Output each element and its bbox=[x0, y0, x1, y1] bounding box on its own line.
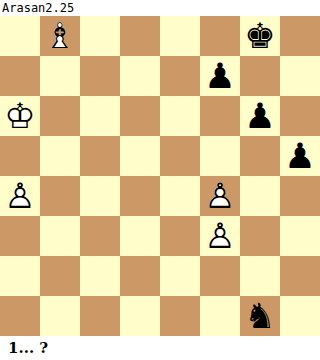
square-b6[interactable] bbox=[40, 96, 80, 136]
square-b5[interactable] bbox=[40, 136, 80, 176]
square-a2[interactable] bbox=[0, 256, 40, 296]
square-h2[interactable] bbox=[280, 256, 320, 296]
square-a5[interactable] bbox=[0, 136, 40, 176]
black-pawn-h5: ♟ bbox=[280, 136, 320, 176]
square-g3[interactable] bbox=[240, 216, 280, 256]
square-e8[interactable] bbox=[160, 16, 200, 56]
square-e5[interactable] bbox=[160, 136, 200, 176]
square-h1[interactable] bbox=[280, 296, 320, 336]
chess-board: ♝♗♚♟♚♔♟♟♟♙♟♙♟♙♞ bbox=[0, 16, 320, 336]
square-a4[interactable]: ♟♙ bbox=[0, 176, 40, 216]
black-knight-g1: ♞ bbox=[240, 296, 280, 336]
square-b2[interactable] bbox=[40, 256, 80, 296]
square-g7[interactable] bbox=[240, 56, 280, 96]
square-g8[interactable]: ♚ bbox=[240, 16, 280, 56]
square-e6[interactable] bbox=[160, 96, 200, 136]
square-f4[interactable]: ♟♙ bbox=[200, 176, 240, 216]
square-c6[interactable] bbox=[80, 96, 120, 136]
square-f3[interactable]: ♟♙ bbox=[200, 216, 240, 256]
square-g2[interactable] bbox=[240, 256, 280, 296]
square-g6[interactable]: ♟ bbox=[240, 96, 280, 136]
square-g1[interactable]: ♞ bbox=[240, 296, 280, 336]
black-king-glyph: ♚ bbox=[240, 16, 280, 56]
square-f8[interactable] bbox=[200, 16, 240, 56]
square-f1[interactable] bbox=[200, 296, 240, 336]
square-b4[interactable] bbox=[40, 176, 80, 216]
square-h6[interactable] bbox=[280, 96, 320, 136]
white-pawn-outline: ♙ bbox=[0, 176, 40, 216]
black-pawn-glyph: ♟ bbox=[240, 96, 280, 136]
white-king-outline: ♔ bbox=[0, 96, 40, 136]
white-bishop-outline: ♗ bbox=[40, 16, 80, 56]
black-king-g8: ♚ bbox=[240, 16, 280, 56]
square-e2[interactable] bbox=[160, 256, 200, 296]
square-b7[interactable] bbox=[40, 56, 80, 96]
square-c8[interactable] bbox=[80, 16, 120, 56]
square-f7[interactable]: ♟ bbox=[200, 56, 240, 96]
white-pawn-outline: ♙ bbox=[200, 176, 240, 216]
square-e1[interactable] bbox=[160, 296, 200, 336]
white-pawn-a4: ♟♙ bbox=[0, 176, 40, 216]
square-d6[interactable] bbox=[120, 96, 160, 136]
square-d3[interactable] bbox=[120, 216, 160, 256]
black-pawn-glyph: ♟ bbox=[200, 56, 240, 96]
square-b3[interactable] bbox=[40, 216, 80, 256]
square-h7[interactable] bbox=[280, 56, 320, 96]
black-pawn-glyph: ♟ bbox=[280, 136, 320, 176]
white-pawn-outline: ♙ bbox=[200, 216, 240, 256]
square-h3[interactable] bbox=[280, 216, 320, 256]
move-prompt-bar: 1... ? bbox=[0, 336, 320, 360]
square-f6[interactable] bbox=[200, 96, 240, 136]
square-b8[interactable]: ♝♗ bbox=[40, 16, 80, 56]
square-a6[interactable]: ♚♔ bbox=[0, 96, 40, 136]
square-f5[interactable] bbox=[200, 136, 240, 176]
square-e7[interactable] bbox=[160, 56, 200, 96]
square-a7[interactable] bbox=[0, 56, 40, 96]
square-d4[interactable] bbox=[120, 176, 160, 216]
square-e4[interactable] bbox=[160, 176, 200, 216]
square-c1[interactable] bbox=[80, 296, 120, 336]
square-h8[interactable] bbox=[280, 16, 320, 56]
chess-app-window: Arasan2.25 ♝♗♚♟♚♔♟♟♟♙♟♙♟♙♞ 1... ? bbox=[0, 0, 320, 360]
white-pawn-f3: ♟♙ bbox=[200, 216, 240, 256]
square-g4[interactable] bbox=[240, 176, 280, 216]
engine-title: Arasan2.25 bbox=[0, 1, 74, 15]
black-pawn-f7: ♟ bbox=[200, 56, 240, 96]
square-d1[interactable] bbox=[120, 296, 160, 336]
square-c3[interactable] bbox=[80, 216, 120, 256]
square-h4[interactable] bbox=[280, 176, 320, 216]
square-b1[interactable] bbox=[40, 296, 80, 336]
square-a3[interactable] bbox=[0, 216, 40, 256]
square-h5[interactable]: ♟ bbox=[280, 136, 320, 176]
square-d5[interactable] bbox=[120, 136, 160, 176]
move-prompt: 1... ? bbox=[0, 339, 48, 357]
white-pawn-f4: ♟♙ bbox=[200, 176, 240, 216]
engine-title-bar: Arasan2.25 bbox=[0, 0, 320, 16]
white-bishop-b8: ♝♗ bbox=[40, 16, 80, 56]
white-king-a6: ♚♔ bbox=[0, 96, 40, 136]
square-c2[interactable] bbox=[80, 256, 120, 296]
square-d2[interactable] bbox=[120, 256, 160, 296]
square-e3[interactable] bbox=[160, 216, 200, 256]
square-c7[interactable] bbox=[80, 56, 120, 96]
black-knight-glyph: ♞ bbox=[240, 296, 280, 336]
square-c5[interactable] bbox=[80, 136, 120, 176]
square-g5[interactable] bbox=[240, 136, 280, 176]
black-pawn-g6: ♟ bbox=[240, 96, 280, 136]
square-d8[interactable] bbox=[120, 16, 160, 56]
square-c4[interactable] bbox=[80, 176, 120, 216]
square-a1[interactable] bbox=[0, 296, 40, 336]
square-a8[interactable] bbox=[0, 16, 40, 56]
square-f2[interactable] bbox=[200, 256, 240, 296]
square-d7[interactable] bbox=[120, 56, 160, 96]
